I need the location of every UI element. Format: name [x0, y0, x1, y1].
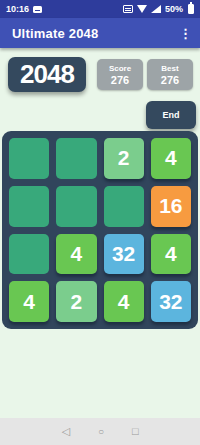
- status-bar-left: 10:16: [6, 4, 42, 14]
- overflow-menu-icon[interactable]: ⋮: [179, 27, 192, 40]
- empty-cell: [9, 138, 49, 179]
- score-value: 276: [111, 74, 129, 86]
- empty-cell: [104, 186, 144, 227]
- empty-cell: [56, 138, 96, 179]
- empty-cell: [56, 186, 96, 227]
- tile-4: 4: [104, 281, 144, 322]
- tile-32: 32: [104, 234, 144, 275]
- status-bar: 10:16 50%: [0, 0, 200, 18]
- navigation-bar: ◁ ○ □: [0, 418, 200, 445]
- network-type-icon: [123, 5, 133, 13]
- best-value: 276: [161, 74, 179, 86]
- tile-4: 4: [56, 234, 96, 275]
- score-box: Score 276: [97, 59, 143, 90]
- tile-2: 2: [56, 281, 96, 322]
- game-logo: 2048: [8, 57, 86, 92]
- back-icon[interactable]: ◁: [61, 426, 69, 437]
- tile-16: 16: [151, 186, 191, 227]
- recents-icon[interactable]: □: [132, 426, 139, 437]
- end-button[interactable]: End: [146, 101, 196, 129]
- empty-cell: [9, 186, 49, 227]
- game-board[interactable]: 2416432442432: [2, 131, 198, 329]
- battery-icon: [188, 4, 194, 14]
- phone-screen: 10:16 50% Ultimate 2048 ⋮ 2048 Score 276…: [0, 0, 200, 445]
- best-box: Best 276: [147, 59, 193, 90]
- score-label: Score: [109, 64, 131, 74]
- clock: 10:16: [6, 4, 29, 14]
- tile-4: 4: [151, 234, 191, 275]
- home-icon[interactable]: ○: [98, 427, 104, 437]
- status-bar-right: 50%: [123, 4, 194, 14]
- sms-notification-icon: [33, 6, 42, 13]
- tile-2: 2: [104, 138, 144, 179]
- tile-4: 4: [151, 138, 191, 179]
- wifi-icon: [137, 5, 147, 13]
- tile-32: 32: [151, 281, 191, 322]
- tile-4: 4: [9, 281, 49, 322]
- battery-percent: 50%: [165, 4, 183, 14]
- app-title: Ultimate 2048: [12, 26, 98, 41]
- app-bar: Ultimate 2048 ⋮: [0, 18, 200, 48]
- cellular-signal-icon: [151, 5, 161, 13]
- best-label: Best: [161, 64, 178, 74]
- empty-cell: [9, 234, 49, 275]
